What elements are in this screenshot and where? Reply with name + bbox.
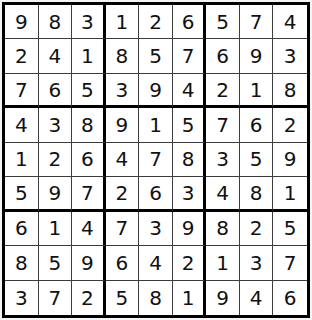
cell-digit: 5 (149, 46, 162, 66)
sudoku-cell[interactable]: 3 (139, 212, 173, 246)
sudoku-cell[interactable]: 7 (5, 74, 39, 108)
sudoku-cell[interactable]: 1 (240, 74, 274, 108)
cell-digit: 2 (116, 183, 129, 203)
cell-digit: 4 (284, 12, 297, 32)
cell-digit: 9 (216, 288, 229, 308)
sudoku-cell[interactable]: 4 (39, 39, 73, 73)
sudoku-cell[interactable]: 1 (206, 246, 240, 280)
sudoku-cell[interactable]: 6 (240, 108, 274, 142)
sudoku-cell[interactable]: 6 (39, 74, 73, 108)
cell-digit: 9 (149, 80, 162, 100)
sudoku-cell[interactable]: 7 (72, 177, 106, 211)
cell-digit: 1 (48, 218, 61, 238)
sudoku-cell[interactable]: 1 (72, 39, 106, 73)
cell-digit: 1 (116, 12, 129, 32)
sudoku-cell[interactable]: 5 (72, 74, 106, 108)
cell-digit: 6 (81, 149, 94, 169)
sudoku-cell[interactable]: 8 (273, 74, 307, 108)
cell-digit: 9 (116, 115, 129, 135)
cell-digit: 4 (216, 183, 229, 203)
cell-digit: 6 (284, 288, 297, 308)
sudoku-cell[interactable]: 8 (5, 246, 39, 280)
cell-digit: 4 (182, 80, 195, 100)
cell-digit: 8 (250, 183, 263, 203)
cell-digit: 1 (284, 183, 297, 203)
sudoku-page: 9831265742418576937653942184389157621264… (0, 0, 312, 320)
cell-digit: 4 (250, 288, 263, 308)
cell-digit: 9 (15, 12, 28, 32)
sudoku-cell[interactable]: 2 (72, 281, 106, 315)
sudoku-cell[interactable]: 4 (206, 177, 240, 211)
cell-digit: 1 (15, 149, 28, 169)
sudoku-cell[interactable]: 7 (106, 212, 140, 246)
sudoku-cell[interactable]: 6 (72, 143, 106, 177)
cell-digit: 7 (116, 218, 129, 238)
sudoku-cell[interactable]: 6 (106, 246, 140, 280)
cell-digit: 2 (149, 12, 162, 32)
sudoku-cell[interactable]: 8 (139, 281, 173, 315)
cell-digit: 5 (182, 115, 195, 135)
sudoku-cell[interactable]: 5 (173, 108, 207, 142)
sudoku-cell[interactable]: 2 (206, 74, 240, 108)
cell-digit: 3 (182, 183, 195, 203)
cell-digit: 6 (149, 183, 162, 203)
cell-digit: 9 (250, 46, 263, 66)
sudoku-cell[interactable]: 7 (240, 5, 274, 39)
sudoku-cell[interactable]: 1 (106, 5, 140, 39)
cell-digit: 2 (216, 80, 229, 100)
cell-digit: 9 (182, 218, 195, 238)
cell-digit: 1 (250, 80, 263, 100)
cell-digit: 8 (284, 80, 297, 100)
cell-digit: 5 (48, 253, 61, 273)
cell-digit: 5 (250, 149, 263, 169)
sudoku-cell[interactable]: 7 (206, 108, 240, 142)
sudoku-cell[interactable]: 7 (139, 143, 173, 177)
sudoku-cell[interactable]: 6 (206, 39, 240, 73)
cell-digit: 8 (81, 115, 94, 135)
cell-digit: 7 (284, 253, 297, 273)
sudoku-cell[interactable]: 1 (273, 177, 307, 211)
cell-digit: 9 (48, 183, 61, 203)
sudoku-cell[interactable]: 4 (173, 74, 207, 108)
cell-digit: 1 (149, 115, 162, 135)
cell-digit: 6 (48, 80, 61, 100)
cell-digit: 8 (15, 253, 28, 273)
cell-digit: 8 (182, 149, 195, 169)
sudoku-cell[interactable]: 7 (39, 281, 73, 315)
cell-digit: 7 (81, 183, 94, 203)
sudoku-board: 9831265742418576937653942184389157621264… (2, 2, 310, 318)
cell-digit: 5 (116, 288, 129, 308)
sudoku-cell[interactable]: 9 (106, 108, 140, 142)
sudoku-cell[interactable]: 5 (273, 212, 307, 246)
cell-digit: 1 (216, 253, 229, 273)
sudoku-cell[interactable]: 4 (5, 108, 39, 142)
sudoku-cell[interactable]: 9 (173, 212, 207, 246)
cell-digit: 4 (48, 46, 61, 66)
cell-digit: 6 (15, 218, 28, 238)
sudoku-cell[interactable]: 4 (72, 212, 106, 246)
cell-digit: 4 (81, 218, 94, 238)
cell-digit: 3 (250, 253, 263, 273)
sudoku-cell[interactable]: 2 (39, 143, 73, 177)
sudoku-cell[interactable]: 2 (173, 246, 207, 280)
sudoku-cell[interactable]: 3 (39, 108, 73, 142)
sudoku-cell[interactable]: 6 (5, 212, 39, 246)
sudoku-cell[interactable]: 3 (5, 281, 39, 315)
sudoku-cell[interactable]: 3 (173, 177, 207, 211)
cell-digit: 3 (116, 80, 129, 100)
sudoku-cell[interactable]: 9 (206, 281, 240, 315)
cell-digit: 2 (182, 253, 195, 273)
cell-digit: 9 (81, 253, 94, 273)
sudoku-cell[interactable]: 1 (139, 108, 173, 142)
sudoku-cell[interactable]: 5 (106, 281, 140, 315)
cell-digit: 7 (250, 12, 263, 32)
sudoku-cell[interactable]: 2 (240, 212, 274, 246)
sudoku-cell[interactable]: 8 (39, 5, 73, 39)
sudoku-cell[interactable]: 9 (39, 177, 73, 211)
cell-digit: 3 (216, 149, 229, 169)
sudoku-cell[interactable]: 6 (173, 5, 207, 39)
cell-digit: 6 (216, 46, 229, 66)
sudoku-cell[interactable]: 7 (173, 39, 207, 73)
cell-digit: 6 (182, 12, 195, 32)
sudoku-cell[interactable]: 9 (240, 39, 274, 73)
cell-digit: 3 (149, 218, 162, 238)
sudoku-cell[interactable]: 4 (106, 143, 140, 177)
sudoku-cell[interactable]: 3 (206, 143, 240, 177)
cell-digit: 3 (48, 115, 61, 135)
sudoku-cell[interactable]: 3 (72, 5, 106, 39)
sudoku-cell[interactable]: 1 (39, 212, 73, 246)
cell-digit: 8 (149, 288, 162, 308)
cell-digit: 7 (149, 149, 162, 169)
sudoku-cell[interactable]: 2 (139, 5, 173, 39)
cell-digit: 5 (284, 218, 297, 238)
cell-digit: 7 (15, 80, 28, 100)
sudoku-cell[interactable]: 8 (206, 212, 240, 246)
cell-digit: 2 (48, 149, 61, 169)
sudoku-cell[interactable]: 6 (273, 281, 307, 315)
sudoku-cell[interactable]: 3 (240, 246, 274, 280)
sudoku-cell[interactable]: 8 (106, 39, 140, 73)
cell-digit: 2 (250, 218, 263, 238)
cell-digit: 1 (81, 46, 94, 66)
cell-digit: 4 (149, 253, 162, 273)
cell-digit: 8 (116, 46, 129, 66)
cell-digit: 5 (15, 183, 28, 203)
cell-digit: 1 (182, 288, 195, 308)
cell-digit: 2 (284, 115, 297, 135)
sudoku-cell[interactable]: 4 (273, 5, 307, 39)
sudoku-cell[interactable]: 1 (5, 143, 39, 177)
sudoku-cell[interactable]: 5 (39, 246, 73, 280)
sudoku-cell[interactable]: 2 (106, 177, 140, 211)
cell-digit: 9 (284, 149, 297, 169)
cell-digit: 4 (15, 115, 28, 135)
sudoku-cell[interactable]: 1 (173, 281, 207, 315)
cell-digit: 7 (48, 288, 61, 308)
sudoku-cell[interactable]: 4 (139, 246, 173, 280)
cell-digit: 4 (116, 149, 129, 169)
cell-digit: 3 (284, 46, 297, 66)
sudoku-cell[interactable]: 8 (173, 143, 207, 177)
cell-digit: 5 (81, 80, 94, 100)
sudoku-cell[interactable]: 3 (273, 39, 307, 73)
cell-digit: 3 (81, 12, 94, 32)
cell-digit: 7 (182, 46, 195, 66)
sudoku-cell[interactable]: 9 (72, 246, 106, 280)
cell-digit: 2 (15, 46, 28, 66)
sudoku-cell[interactable]: 8 (240, 177, 274, 211)
sudoku-cell[interactable]: 2 (273, 108, 307, 142)
sudoku-cell[interactable]: 5 (206, 5, 240, 39)
sudoku-cell[interactable]: 2 (5, 39, 39, 73)
cell-digit: 8 (216, 218, 229, 238)
sudoku-cell[interactable]: 9 (139, 74, 173, 108)
sudoku-cell[interactable]: 5 (139, 39, 173, 73)
cell-digit: 3 (15, 288, 28, 308)
sudoku-cell[interactable]: 9 (5, 5, 39, 39)
sudoku-cell[interactable]: 8 (72, 108, 106, 142)
sudoku-cell[interactable]: 9 (273, 143, 307, 177)
sudoku-cell[interactable]: 5 (240, 143, 274, 177)
cell-digit: 6 (116, 253, 129, 273)
sudoku-cell[interactable]: 6 (139, 177, 173, 211)
cell-digit: 8 (48, 12, 61, 32)
cell-digit: 7 (216, 115, 229, 135)
cell-digit: 2 (81, 288, 94, 308)
sudoku-cell[interactable]: 7 (273, 246, 307, 280)
sudoku-cell[interactable]: 3 (106, 74, 140, 108)
sudoku-cell[interactable]: 5 (5, 177, 39, 211)
cell-digit: 5 (216, 12, 229, 32)
cell-digit: 6 (250, 115, 263, 135)
sudoku-cell[interactable]: 4 (240, 281, 274, 315)
